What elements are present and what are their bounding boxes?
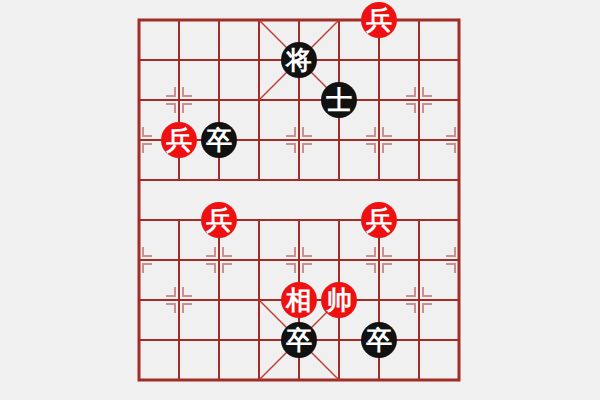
black-soldier[interactable]: 卒 xyxy=(201,122,237,158)
black-general[interactable]: 将 xyxy=(281,42,317,78)
red-soldier[interactable]: 兵 xyxy=(201,202,237,238)
red-general[interactable]: 帅 xyxy=(321,282,357,318)
piece-layer: 兵将士兵卒兵兵相帅卒卒 xyxy=(119,0,479,400)
red-elephant[interactable]: 相 xyxy=(281,282,317,318)
xiangqi-position-screenshot: 兵将士兵卒兵兵相帅卒卒 xyxy=(0,0,600,400)
red-soldier[interactable]: 兵 xyxy=(161,122,197,158)
red-soldier[interactable]: 兵 xyxy=(361,2,397,38)
black-advisor[interactable]: 士 xyxy=(321,82,357,118)
red-soldier[interactable]: 兵 xyxy=(361,202,397,238)
black-soldier[interactable]: 卒 xyxy=(281,322,317,358)
black-soldier[interactable]: 卒 xyxy=(361,322,397,358)
